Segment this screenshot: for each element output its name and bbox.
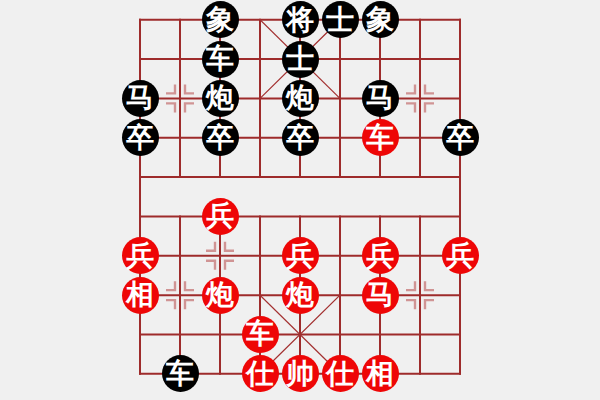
black-cannon[interactable]: 炮 [282,80,319,117]
red-soldier[interactable]: 兵 [282,237,319,274]
red-horse[interactable]: 马 [362,277,399,314]
red-cannon[interactable]: 炮 [282,277,319,314]
red-soldier[interactable]: 兵 [122,237,159,274]
black-soldier[interactable]: 卒 [442,119,479,156]
red-elephant[interactable]: 相 [122,277,159,314]
black-cannon[interactable]: 炮 [202,80,239,117]
black-soldier[interactable]: 卒 [282,119,319,156]
red-advisor[interactable]: 仕 [242,355,279,392]
red-elephant[interactable]: 相 [362,355,399,392]
black-horse[interactable]: 马 [362,80,399,117]
xiangqi-board: 象将士象车士马炮炮马卒卒卒车卒兵兵兵兵兵相炮炮马车车仕帅仕相 [0,0,600,400]
red-soldier[interactable]: 兵 [202,198,239,235]
black-chariot[interactable]: 车 [202,41,239,78]
black-elephant[interactable]: 象 [202,1,239,38]
red-advisor[interactable]: 仕 [322,355,359,392]
black-chariot[interactable]: 车 [162,355,199,392]
black-horse[interactable]: 马 [122,80,159,117]
red-chariot[interactable]: 车 [362,119,399,156]
red-chariot[interactable]: 车 [242,316,279,353]
black-soldier[interactable]: 卒 [122,119,159,156]
board-grid[interactable]: 象将士象车士马炮炮马卒卒卒车卒兵兵兵兵兵相炮炮马车车仕帅仕相 [120,0,480,394]
black-advisor[interactable]: 士 [282,41,319,78]
red-cannon[interactable]: 炮 [202,277,239,314]
black-general[interactable]: 将 [282,1,319,38]
black-advisor[interactable]: 士 [322,1,359,38]
red-soldier[interactable]: 兵 [442,237,479,274]
black-soldier[interactable]: 卒 [202,119,239,156]
red-soldier[interactable]: 兵 [362,237,399,274]
red-general[interactable]: 帅 [282,355,319,392]
black-elephant[interactable]: 象 [362,1,399,38]
